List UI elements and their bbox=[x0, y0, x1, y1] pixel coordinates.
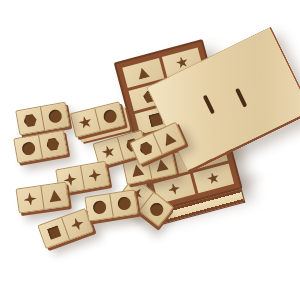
triangle-cutout-icon bbox=[130, 162, 145, 177]
star4-cutout-icon bbox=[69, 216, 86, 233]
hexagon-cutout-icon bbox=[45, 137, 60, 152]
circle-cutout-icon bbox=[47, 109, 62, 124]
tile-cell bbox=[41, 103, 69, 130]
hexagon-cutout-icon bbox=[23, 113, 38, 128]
triangle-cutout-icon bbox=[154, 157, 169, 172]
domino-tile bbox=[16, 182, 70, 214]
lid-slot-icon bbox=[235, 88, 247, 108]
domino-tile bbox=[37, 208, 93, 249]
tile-cell bbox=[86, 194, 114, 221]
star5-cutout-icon bbox=[100, 144, 116, 160]
domino-tile bbox=[84, 189, 138, 222]
tile-cell bbox=[95, 102, 124, 130]
tile-cell bbox=[14, 135, 43, 162]
square-cutout-icon bbox=[47, 226, 61, 240]
hexagon-cutout-icon bbox=[137, 140, 154, 157]
triangle-cutout-icon bbox=[160, 130, 177, 147]
star4-cutout-icon bbox=[87, 168, 102, 183]
product-photo-stage bbox=[0, 0, 300, 300]
circle-cutout-icon bbox=[116, 196, 131, 211]
tile-cell bbox=[16, 107, 45, 134]
tile-cell bbox=[81, 162, 109, 189]
circle-cutout-icon bbox=[21, 141, 36, 156]
triangle-cutout-icon bbox=[136, 66, 151, 81]
circle-cutout-icon bbox=[102, 109, 118, 125]
tile-cell bbox=[17, 186, 45, 212]
star5-cutout-icon bbox=[77, 115, 93, 131]
domino-tile bbox=[70, 101, 126, 138]
star4-cutout-icon bbox=[23, 192, 38, 207]
tile-cell bbox=[41, 183, 68, 209]
circle-cutout-icon bbox=[147, 200, 165, 218]
star5-cutout-icon bbox=[206, 171, 221, 186]
circle-cutout-icon bbox=[92, 200, 107, 215]
triangle-cutout-icon bbox=[48, 188, 63, 203]
tile-cell bbox=[39, 131, 67, 158]
star4-cutout-icon bbox=[167, 182, 182, 197]
tile-cell bbox=[110, 190, 137, 216]
lid-slot-icon bbox=[203, 95, 215, 115]
